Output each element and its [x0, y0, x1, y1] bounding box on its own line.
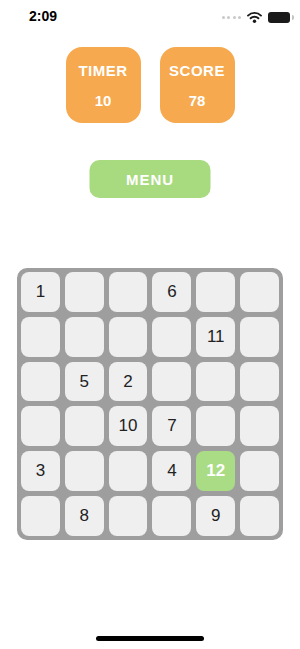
cellular-signal-icon — [222, 16, 242, 19]
grid-cell[interactable] — [109, 451, 148, 491]
grid-cell[interactable]: 4 — [152, 451, 191, 491]
grid-cell[interactable] — [21, 496, 60, 536]
grid-cell[interactable]: 5 — [65, 362, 104, 402]
grid-cell[interactable] — [196, 406, 235, 446]
grid-cell[interactable] — [65, 272, 104, 312]
grid-cell[interactable] — [109, 317, 148, 357]
grid-cell[interactable] — [240, 362, 279, 402]
score-label: SCORE — [169, 62, 225, 79]
grid-cell[interactable]: 8 — [65, 496, 104, 536]
score-value: 78 — [189, 92, 206, 109]
grid-cell[interactable] — [109, 496, 148, 536]
grid-cell[interactable] — [240, 406, 279, 446]
app-screen: 2:09 TIMER 10 SCORE 78 MENU 161152107341… — [0, 0, 300, 649]
grid-cell[interactable] — [21, 362, 60, 402]
grid-cell[interactable] — [240, 317, 279, 357]
grid-cell[interactable]: 10 — [109, 406, 148, 446]
status-bar: 2:09 — [0, 0, 300, 30]
status-icons — [222, 11, 291, 23]
status-time: 2:09 — [29, 8, 57, 24]
grid-cell[interactable]: 6 — [152, 272, 191, 312]
grid-cell[interactable] — [152, 362, 191, 402]
grid-cell[interactable] — [65, 451, 104, 491]
menu-button[interactable]: MENU — [90, 160, 211, 198]
grid-cell[interactable] — [21, 406, 60, 446]
grid-cell[interactable] — [240, 451, 279, 491]
battery-icon — [268, 12, 290, 23]
grid-cell[interactable]: 9 — [196, 496, 235, 536]
hud: TIMER 10 SCORE 78 — [0, 47, 300, 123]
grid-cell[interactable] — [196, 362, 235, 402]
score-card: SCORE 78 — [160, 47, 235, 123]
grid-cell[interactable] — [240, 272, 279, 312]
grid-cell[interactable]: 7 — [152, 406, 191, 446]
grid-cell[interactable] — [196, 272, 235, 312]
grid-cell[interactable] — [65, 406, 104, 446]
board: 161152107341289 — [17, 268, 283, 540]
wifi-icon — [246, 11, 263, 23]
grid-cell[interactable]: 2 — [109, 362, 148, 402]
grid-cell[interactable] — [152, 496, 191, 536]
timer-label: TIMER — [78, 62, 127, 79]
grid-cell[interactable]: 12 — [196, 451, 235, 491]
grid-cell[interactable] — [109, 272, 148, 312]
grid-cell[interactable]: 3 — [21, 451, 60, 491]
grid-cell[interactable] — [152, 317, 191, 357]
timer-card: TIMER 10 — [66, 47, 141, 123]
home-indicator[interactable] — [96, 636, 204, 641]
grid-cell[interactable]: 11 — [196, 317, 235, 357]
grid-cell[interactable]: 1 — [21, 272, 60, 312]
grid-cell[interactable] — [21, 317, 60, 357]
timer-value: 10 — [95, 92, 112, 109]
grid-cell[interactable] — [240, 496, 279, 536]
grid-cell[interactable] — [65, 317, 104, 357]
